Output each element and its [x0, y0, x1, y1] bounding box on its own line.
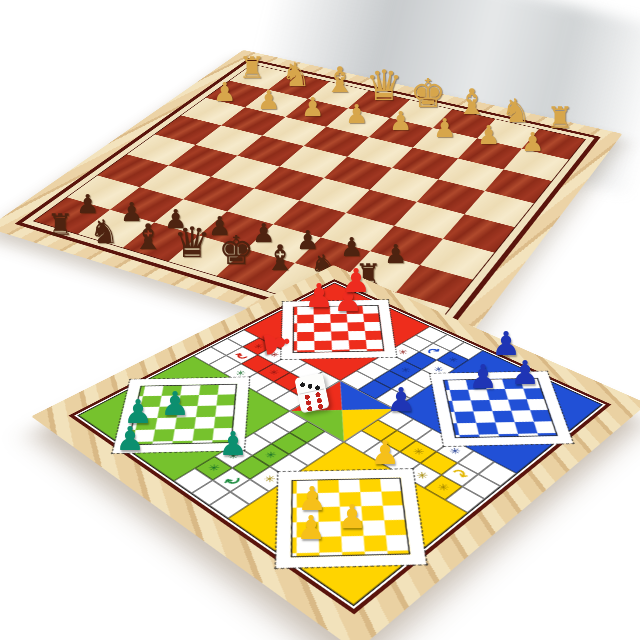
safe-star-icon: ✳ — [260, 473, 279, 485]
safe-star-icon: ✳ — [445, 356, 461, 365]
chess-piece-white-pawn: ♟ — [345, 100, 368, 126]
chess-piece-white-bishop: ♝ — [324, 63, 355, 98]
chess-piece-white-pawn: ♟ — [433, 115, 456, 141]
chess-piece-white-pawn: ♟ — [257, 86, 280, 112]
dice-edge — [299, 388, 324, 394]
ludo-pawn-green: ♟ — [115, 422, 145, 455]
safe-star-icon: ✳ — [398, 365, 414, 374]
chess-piece-white-knight: ♞ — [281, 58, 311, 91]
chess-piece-white-bishop: ♝ — [456, 85, 487, 120]
chess-piece-white-pawn: ♟ — [389, 107, 412, 133]
ludo-pawn-yellow: ♟ — [337, 500, 367, 533]
chess-piece-white-king: ♚ — [410, 74, 446, 114]
chess-piece-white-knight: ♞ — [501, 94, 531, 127]
ludo-print-area: ✳✳✳✳✳✳✳✳✳✳✳✳✳✳✳✳↷↷↷↷ — [69, 279, 612, 614]
chess-piece-white-pawn: ♟ — [521, 129, 544, 155]
ludo-pawn-red: ♟ — [258, 326, 296, 361]
ludo-pawn-blue: ♟ — [491, 327, 521, 360]
ludo-grid: ✳✳✳✳✳✳✳✳✳✳✳✳✳✳✳✳↷↷↷↷ — [77, 283, 603, 607]
chess-piece-black-pawn: ♟ — [340, 234, 363, 260]
safe-star-icon: ✳ — [262, 449, 280, 460]
chess-piece-black-queen: ♛ — [173, 222, 211, 264]
ludo-pawn-blue: ♟ — [386, 383, 416, 416]
safe-star-icon: ✳ — [434, 481, 452, 493]
ludo-pawn-blue: ♟ — [468, 360, 498, 393]
chess-piece-white-pawn: ♟ — [213, 79, 236, 105]
safe-star-icon: ✳ — [409, 446, 427, 457]
chess-piece-black-king: ♚ — [218, 230, 254, 270]
product-photo: ♜♞♝♛♚♝♞♜♟♟♟♟♟♟♟♟♟♟♟♟♟♟♟♟♜♞♝♛♚♝♞♜ ✳✳✳✳✳✳✳… — [0, 0, 640, 640]
chess-piece-black-rook: ♜ — [47, 210, 74, 240]
chess-piece-white-pawn: ♟ — [301, 93, 324, 119]
ludo-pawn-red: ♟ — [304, 279, 334, 312]
chess-piece-black-bishop: ♝ — [132, 220, 163, 255]
chess-piece-white-rook: ♜ — [547, 103, 574, 133]
blue-home-area — [430, 371, 573, 446]
ludo-pawn-green: ♟ — [160, 387, 190, 420]
chess-piece-black-pawn: ♟ — [384, 241, 407, 267]
ludo-pawn-red: ♟ — [341, 264, 371, 297]
safe-star-icon: ✳ — [266, 368, 282, 377]
ludo-pawn-yellow: ♟ — [370, 436, 400, 469]
safe-star-icon: ✳ — [204, 462, 222, 474]
chess-piece-white-queen: ♛ — [365, 65, 403, 107]
safe-star-icon: ✳ — [446, 445, 464, 456]
ludo-pawn-yellow: ♟ — [296, 511, 326, 544]
safe-star-icon: ✳ — [413, 470, 431, 482]
chess-piece-white-pawn: ♟ — [477, 122, 500, 148]
chess-piece-black-bishop: ♝ — [264, 242, 295, 277]
chess-piece-black-knight: ♞ — [89, 215, 119, 248]
chess-piece-white-rook: ♜ — [239, 53, 266, 83]
safe-star-icon: ✳ — [395, 348, 410, 356]
ludo-pawn-green: ♟ — [218, 427, 248, 460]
